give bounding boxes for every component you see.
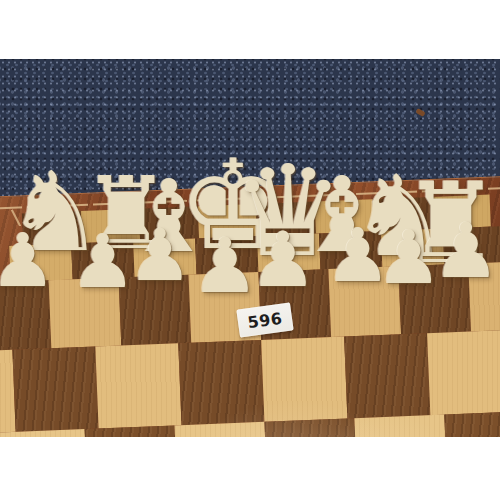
auction-photo-page: ♞♜♝♚♛♝♞♜♟♟♟♟♟♟♟♟ 596 bbox=[0, 0, 500, 500]
piece-white-pawn-9[interactable]: ♟ bbox=[0, 223, 56, 297]
piece-white-pawn-10[interactable]: ♟ bbox=[70, 224, 136, 298]
bottom-white-margin bbox=[0, 437, 500, 500]
piece-white-pawn-13[interactable]: ♟ bbox=[249, 222, 317, 298]
top-white-margin bbox=[0, 0, 500, 59]
piece-white-pawn-16[interactable]: ♟ bbox=[432, 213, 500, 289]
piece-white-pawn-11[interactable]: ♟ bbox=[128, 219, 193, 291]
lot-number-text: 596 bbox=[246, 308, 283, 332]
photo-carpet-background: ♞♜♝♚♛♝♞♜♟♟♟♟♟♟♟♟ 596 bbox=[0, 59, 500, 437]
pieces-layer: ♞♜♝♚♛♝♞♜♟♟♟♟♟♟♟♟ bbox=[0, 59, 500, 437]
